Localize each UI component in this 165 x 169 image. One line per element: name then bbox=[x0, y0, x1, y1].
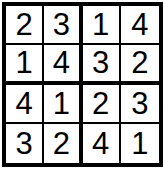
cell-r2c4[interactable]: 2 bbox=[121, 45, 159, 84]
cell-r3c1[interactable]: 4 bbox=[6, 85, 44, 124]
cell-r4c4[interactable]: 1 bbox=[121, 124, 159, 163]
cell-r2c3[interactable]: 3 bbox=[83, 45, 121, 84]
cell-r4c3[interactable]: 4 bbox=[83, 124, 121, 163]
cell-r3c4[interactable]: 3 bbox=[121, 85, 159, 124]
cell-r1c4[interactable]: 4 bbox=[121, 6, 159, 45]
cell-r4c2[interactable]: 2 bbox=[44, 124, 82, 163]
cell-r4c1[interactable]: 3 bbox=[6, 124, 44, 163]
cell-r2c2[interactable]: 4 bbox=[44, 45, 82, 84]
cell-r3c2[interactable]: 1 bbox=[44, 85, 82, 124]
cell-r2c1[interactable]: 1 bbox=[6, 45, 44, 84]
cell-r1c1[interactable]: 2 bbox=[6, 6, 44, 45]
sudoku-board: 2 3 1 4 1 4 3 2 4 1 2 3 3 2 4 1 bbox=[2, 2, 163, 167]
sudoku-board-container: 2 3 1 4 1 4 3 2 4 1 2 3 3 2 4 1 bbox=[0, 0, 165, 169]
cell-r1c3[interactable]: 1 bbox=[83, 6, 121, 45]
cell-r1c2[interactable]: 3 bbox=[44, 6, 82, 45]
cell-r3c3[interactable]: 2 bbox=[83, 85, 121, 124]
